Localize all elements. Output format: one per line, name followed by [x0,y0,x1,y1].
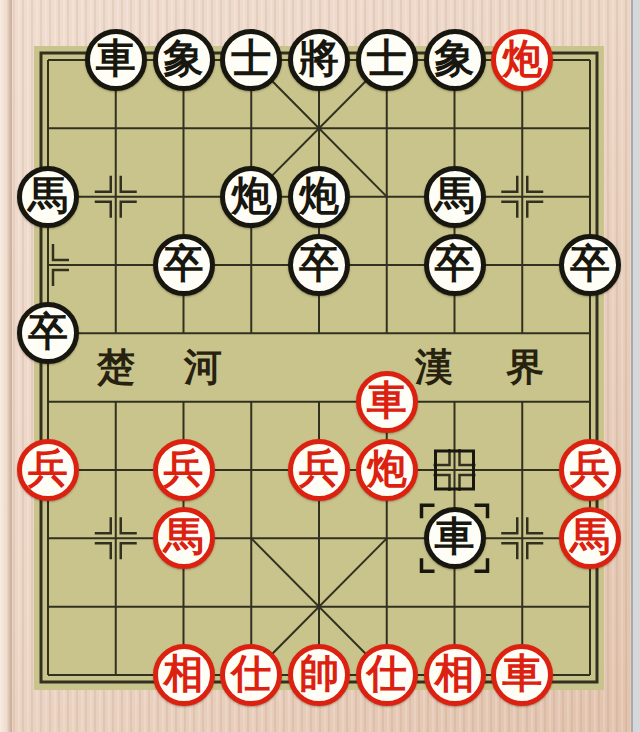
piece-red-general[interactable]: 帥 [288,644,350,706]
piece-black-elephant-b[interactable]: 象 [424,29,486,91]
piece-glyph: 馬 [164,517,204,557]
piece-red-horse-a[interactable]: 馬 [153,507,215,569]
piece-red-elephant-b[interactable]: 相 [424,644,486,706]
piece-red-cannon-a[interactable]: 炮 [491,29,553,91]
piece-glyph: 炮 [299,176,339,216]
xiangqi-app-window: 楚 河 漢 界 車象士將士象炮馬炮炮馬卒卒卒卒卒車兵兵兵炮兵馬車馬相仕帥仕相車 [0,0,640,732]
piece-black-chariot-b[interactable]: 車 [424,507,486,569]
piece-red-soldier-b[interactable]: 兵 [153,439,215,501]
piece-glyph: 象 [164,39,204,79]
piece-red-soldier-a[interactable]: 兵 [17,439,79,501]
pieces-layer: 車象士將士象炮馬炮炮馬卒卒卒卒卒車兵兵兵炮兵馬車馬相仕帥仕相車 [0,0,640,732]
piece-red-soldier-d[interactable]: 兵 [559,439,621,501]
piece-glyph: 象 [435,39,475,79]
piece-black-soldier-a[interactable]: 卒 [153,234,215,296]
piece-glyph: 士 [231,39,271,79]
piece-black-soldier-b[interactable]: 卒 [288,234,350,296]
piece-red-chariot-a[interactable]: 車 [356,371,418,433]
piece-glyph: 兵 [28,449,68,489]
piece-glyph: 兵 [299,449,339,489]
piece-glyph: 炮 [231,176,271,216]
piece-black-cannon-b[interactable]: 炮 [288,166,350,228]
piece-glyph: 帥 [299,654,339,694]
piece-glyph: 炮 [367,449,407,489]
piece-glyph: 炮 [502,39,542,79]
piece-glyph: 兵 [164,449,204,489]
piece-red-elephant-a[interactable]: 相 [153,644,215,706]
piece-glyph: 車 [435,517,475,557]
piece-glyph: 馬 [435,176,475,216]
piece-red-advisor-a[interactable]: 仕 [220,644,282,706]
piece-black-advisor-a[interactable]: 士 [220,29,282,91]
piece-black-cannon-a[interactable]: 炮 [220,166,282,228]
piece-glyph: 相 [164,654,204,694]
piece-glyph: 兵 [570,449,610,489]
piece-black-soldier-c[interactable]: 卒 [424,234,486,296]
piece-glyph: 車 [96,39,136,79]
piece-glyph: 將 [299,39,339,79]
piece-glyph: 卒 [164,244,204,284]
piece-glyph: 卒 [570,244,610,284]
piece-red-advisor-b[interactable]: 仕 [356,644,418,706]
piece-black-soldier-d[interactable]: 卒 [559,234,621,296]
piece-glyph: 相 [435,654,475,694]
piece-glyph: 馬 [570,517,610,557]
piece-glyph: 卒 [299,244,339,284]
piece-black-advisor-b[interactable]: 士 [356,29,418,91]
piece-glyph: 卒 [28,312,68,352]
piece-glyph: 車 [367,381,407,421]
piece-black-horse-b[interactable]: 馬 [424,166,486,228]
piece-red-cannon-b[interactable]: 炮 [356,439,418,501]
piece-black-elephant-a[interactable]: 象 [153,29,215,91]
piece-red-horse-b[interactable]: 馬 [559,507,621,569]
piece-glyph: 馬 [28,176,68,216]
piece-black-horse-a[interactable]: 馬 [17,166,79,228]
piece-glyph: 車 [502,654,542,694]
piece-black-general[interactable]: 將 [288,29,350,91]
piece-glyph: 卒 [435,244,475,284]
piece-glyph: 仕 [367,654,407,694]
piece-glyph: 仕 [231,654,271,694]
piece-red-soldier-c[interactable]: 兵 [288,439,350,501]
piece-red-chariot-b[interactable]: 車 [491,644,553,706]
piece-black-chariot-a[interactable]: 車 [85,29,147,91]
piece-glyph: 士 [367,39,407,79]
piece-black-soldier-e[interactable]: 卒 [17,302,79,364]
